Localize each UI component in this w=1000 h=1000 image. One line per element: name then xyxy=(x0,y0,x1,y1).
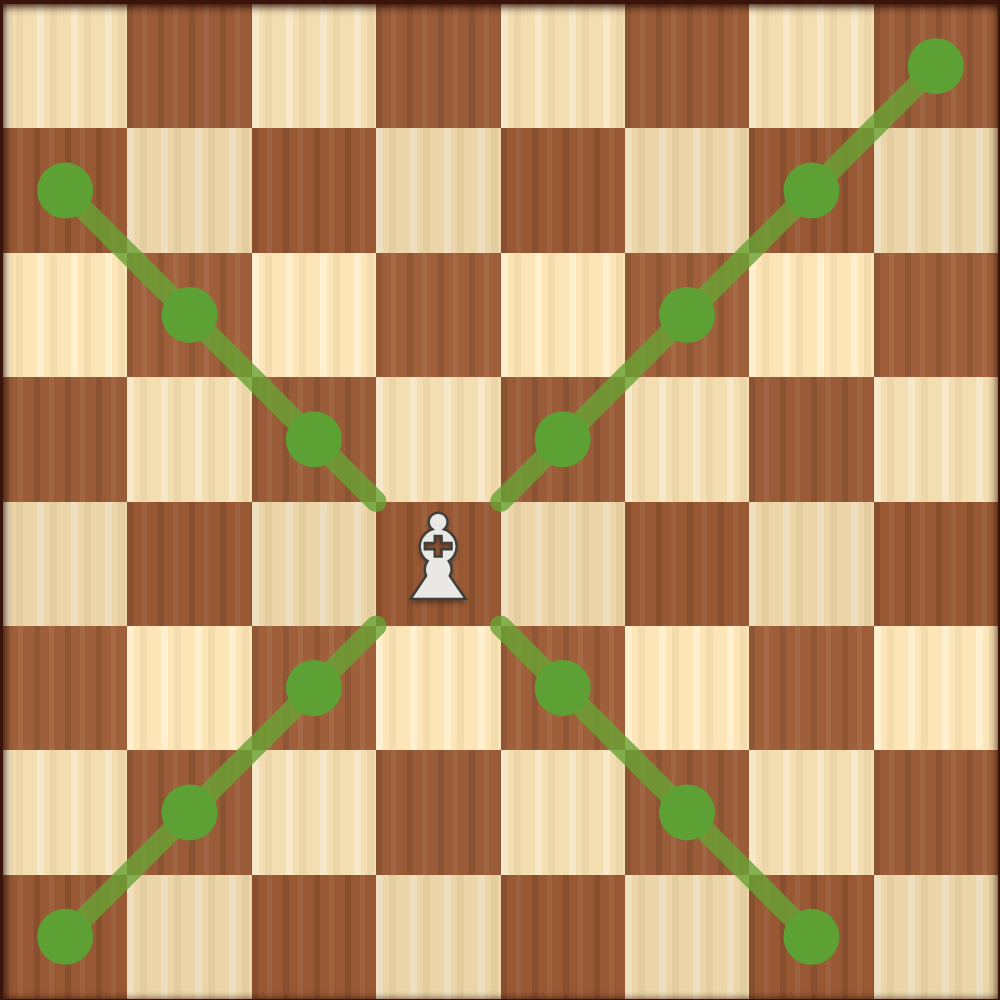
move-dot-b6[interactable] xyxy=(162,287,218,343)
square-f1[interactable] xyxy=(625,875,749,999)
square-h7[interactable] xyxy=(874,128,998,252)
move-dot-a7[interactable] xyxy=(37,163,93,219)
square-g5[interactable] xyxy=(749,377,873,501)
square-e1[interactable] xyxy=(501,875,625,999)
square-g6[interactable] xyxy=(749,253,873,377)
square-e8[interactable] xyxy=(501,4,625,128)
move-dot-c3[interactable] xyxy=(286,660,342,716)
square-e6[interactable] xyxy=(501,253,625,377)
square-h3[interactable] xyxy=(874,626,998,750)
square-e4[interactable] xyxy=(501,502,625,626)
square-c4[interactable] xyxy=(252,502,376,626)
square-h5[interactable] xyxy=(874,377,998,501)
move-dot-e5[interactable] xyxy=(535,411,591,467)
square-b5[interactable] xyxy=(127,377,251,501)
move-dot-h8[interactable] xyxy=(908,38,964,94)
move-dot-g7[interactable] xyxy=(783,163,839,219)
move-dot-e3[interactable] xyxy=(535,660,591,716)
square-g4[interactable] xyxy=(749,502,873,626)
square-h2[interactable] xyxy=(874,750,998,874)
move-dot-a1[interactable] xyxy=(37,909,93,965)
square-f8[interactable] xyxy=(625,4,749,128)
white-bishop-glyph: ♝ xyxy=(385,499,491,617)
square-d6[interactable] xyxy=(376,253,500,377)
square-f3[interactable] xyxy=(625,626,749,750)
square-a5[interactable] xyxy=(3,377,127,501)
square-c8[interactable] xyxy=(252,4,376,128)
white-bishop[interactable]: ♝ xyxy=(376,502,500,626)
square-e7[interactable] xyxy=(501,128,625,252)
square-b7[interactable] xyxy=(127,128,251,252)
square-f4[interactable] xyxy=(625,502,749,626)
square-a2[interactable] xyxy=(3,750,127,874)
square-c6[interactable] xyxy=(252,253,376,377)
move-dot-b2[interactable] xyxy=(162,784,218,840)
square-a4[interactable] xyxy=(3,502,127,626)
square-b1[interactable] xyxy=(127,875,251,999)
move-dot-f6[interactable] xyxy=(659,287,715,343)
chess-board xyxy=(3,4,998,999)
square-f5[interactable] xyxy=(625,377,749,501)
square-a8[interactable] xyxy=(3,4,127,128)
square-h4[interactable] xyxy=(874,502,998,626)
square-b8[interactable] xyxy=(127,4,251,128)
square-h6[interactable] xyxy=(874,253,998,377)
square-d5[interactable] xyxy=(376,377,500,501)
move-dot-c5[interactable] xyxy=(286,411,342,467)
square-d2[interactable] xyxy=(376,750,500,874)
square-d8[interactable] xyxy=(376,4,500,128)
square-c7[interactable] xyxy=(252,128,376,252)
square-g3[interactable] xyxy=(749,626,873,750)
square-c2[interactable] xyxy=(252,750,376,874)
square-d3[interactable] xyxy=(376,626,500,750)
square-b4[interactable] xyxy=(127,502,251,626)
move-dot-g1[interactable] xyxy=(783,909,839,965)
square-f7[interactable] xyxy=(625,128,749,252)
square-g8[interactable] xyxy=(749,4,873,128)
square-b3[interactable] xyxy=(127,626,251,750)
square-h1[interactable] xyxy=(874,875,998,999)
move-dot-f2[interactable] xyxy=(659,784,715,840)
square-d1[interactable] xyxy=(376,875,500,999)
square-a3[interactable] xyxy=(3,626,127,750)
square-g2[interactable] xyxy=(749,750,873,874)
chess-lesson-stage: ♝ xyxy=(0,0,1000,1000)
square-a6[interactable] xyxy=(3,253,127,377)
square-e2[interactable] xyxy=(501,750,625,874)
square-d7[interactable] xyxy=(376,128,500,252)
square-c1[interactable] xyxy=(252,875,376,999)
